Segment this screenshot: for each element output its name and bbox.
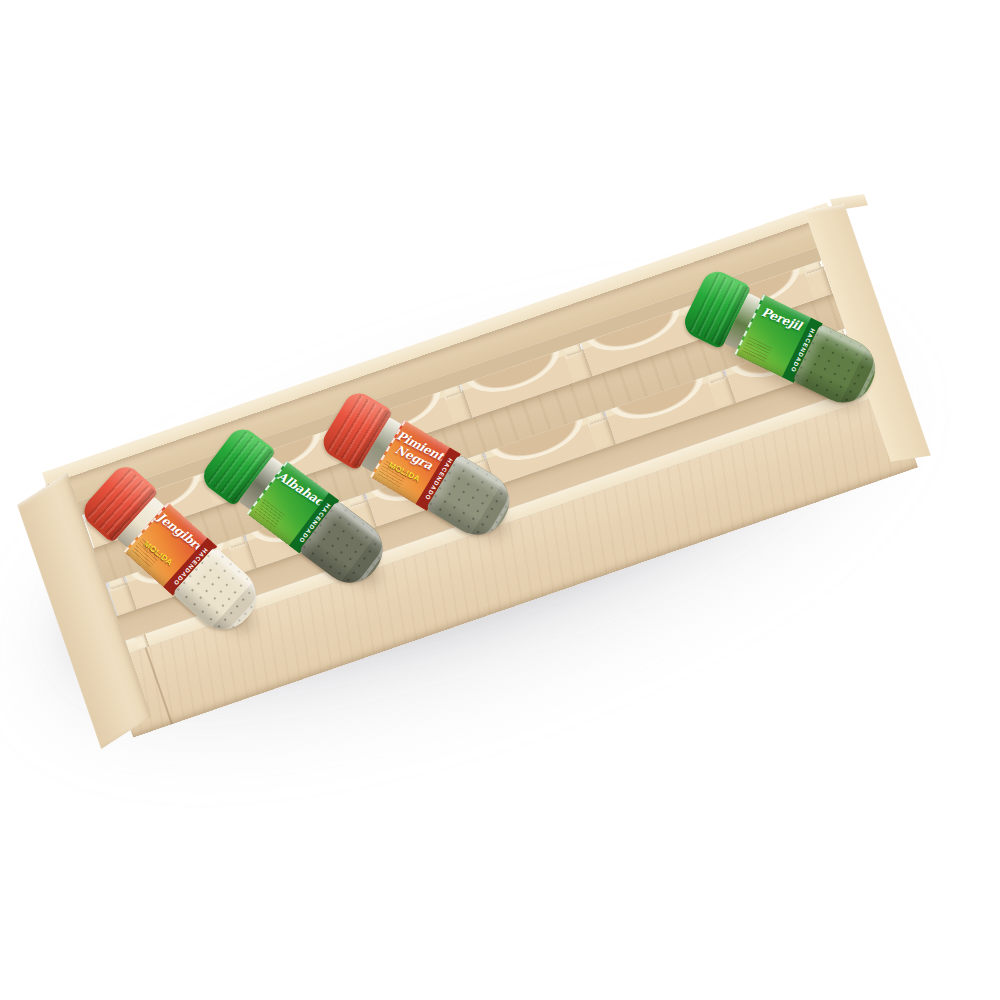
product-photo: Jengibre MOLIDA HACENDADO Albahaca HACEN… bbox=[0, 0, 1000, 1000]
jar-name-text: Perejil bbox=[756, 304, 807, 334]
jar-subtitle-text: MOLIDA bbox=[137, 535, 180, 572]
jar-subtitle-text bbox=[748, 333, 793, 351]
jar-subtitle-text bbox=[264, 496, 304, 522]
